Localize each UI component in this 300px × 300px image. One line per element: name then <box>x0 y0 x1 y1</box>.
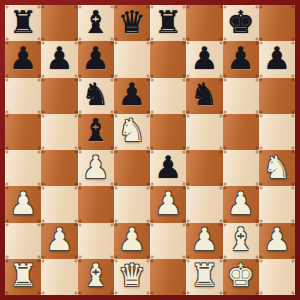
square-g3[interactable]: ♟ <box>223 186 259 222</box>
piece-black-pawn[interactable]: ♟ <box>263 43 291 74</box>
square-c3[interactable] <box>78 186 114 222</box>
piece-white-pawn[interactable]: ♟ <box>190 224 218 255</box>
piece-black-pawn[interactable]: ♟ <box>227 43 255 74</box>
piece-black-pawn[interactable]: ♟ <box>82 43 110 74</box>
square-c2[interactable] <box>78 223 114 259</box>
square-g2[interactable]: ♝ <box>223 223 259 259</box>
square-c8[interactable]: ♝ <box>78 5 114 41</box>
piece-black-king[interactable]: ♚ <box>227 7 255 38</box>
piece-black-queen[interactable]: ♛ <box>118 7 146 38</box>
piece-white-pawn[interactable]: ♟ <box>82 152 110 183</box>
piece-black-knight[interactable]: ♞ <box>82 79 110 110</box>
square-g7[interactable]: ♟ <box>223 41 259 77</box>
square-c7[interactable]: ♟ <box>78 41 114 77</box>
square-b8[interactable] <box>41 5 77 41</box>
square-d1[interactable]: ♛ <box>114 259 150 295</box>
square-g4[interactable] <box>223 150 259 186</box>
square-b7[interactable]: ♟ <box>41 41 77 77</box>
square-c6[interactable]: ♞ <box>78 78 114 114</box>
piece-black-bishop[interactable]: ♝ <box>82 7 110 38</box>
square-h7[interactable]: ♟ <box>259 41 295 77</box>
square-f7[interactable]: ♟ <box>186 41 222 77</box>
square-d3[interactable] <box>114 186 150 222</box>
piece-white-knight[interactable]: ♞ <box>263 152 291 183</box>
chess-board: ♜♝♛♜♚♟♟♟♟♟♟♞♟♞♝♞♟♟♞♟♟♟♟♟♟♝♟♜♝♛♜♚ <box>5 5 295 295</box>
square-e5[interactable] <box>150 114 186 150</box>
square-g6[interactable] <box>223 78 259 114</box>
piece-white-pawn[interactable]: ♟ <box>154 188 182 219</box>
square-g5[interactable] <box>223 114 259 150</box>
square-a6[interactable] <box>5 78 41 114</box>
square-d4[interactable] <box>114 150 150 186</box>
piece-white-king[interactable]: ♚ <box>227 260 255 291</box>
square-a4[interactable] <box>5 150 41 186</box>
square-b3[interactable] <box>41 186 77 222</box>
square-e7[interactable] <box>150 41 186 77</box>
piece-black-rook[interactable]: ♜ <box>154 7 182 38</box>
square-a8[interactable]: ♜ <box>5 5 41 41</box>
square-b1[interactable] <box>41 259 77 295</box>
piece-white-bishop[interactable]: ♝ <box>82 260 110 291</box>
square-h3[interactable] <box>259 186 295 222</box>
piece-black-pawn[interactable]: ♟ <box>45 43 73 74</box>
square-b6[interactable] <box>41 78 77 114</box>
square-d2[interactable]: ♟ <box>114 223 150 259</box>
square-h1[interactable] <box>259 259 295 295</box>
piece-white-pawn[interactable]: ♟ <box>45 224 73 255</box>
square-b5[interactable] <box>41 114 77 150</box>
piece-black-rook[interactable]: ♜ <box>9 7 37 38</box>
square-a7[interactable]: ♟ <box>5 41 41 77</box>
piece-black-pawn[interactable]: ♟ <box>190 43 218 74</box>
square-d5[interactable]: ♞ <box>114 114 150 150</box>
square-d7[interactable] <box>114 41 150 77</box>
square-g1[interactable]: ♚ <box>223 259 259 295</box>
piece-black-pawn[interactable]: ♟ <box>9 43 37 74</box>
square-f6[interactable]: ♞ <box>186 78 222 114</box>
square-e2[interactable] <box>150 223 186 259</box>
piece-white-pawn[interactable]: ♟ <box>118 224 146 255</box>
square-h5[interactable] <box>259 114 295 150</box>
square-a3[interactable]: ♟ <box>5 186 41 222</box>
square-a5[interactable] <box>5 114 41 150</box>
square-f3[interactable] <box>186 186 222 222</box>
square-e1[interactable] <box>150 259 186 295</box>
square-a2[interactable] <box>5 223 41 259</box>
square-h2[interactable]: ♟ <box>259 223 295 259</box>
piece-white-pawn[interactable]: ♟ <box>263 224 291 255</box>
piece-white-pawn[interactable]: ♟ <box>227 188 255 219</box>
piece-white-pawn[interactable]: ♟ <box>9 188 37 219</box>
square-f5[interactable] <box>186 114 222 150</box>
piece-black-bishop[interactable]: ♝ <box>82 115 110 146</box>
square-f2[interactable]: ♟ <box>186 223 222 259</box>
piece-white-rook[interactable]: ♜ <box>9 260 37 291</box>
piece-black-pawn[interactable]: ♟ <box>118 79 146 110</box>
square-d8[interactable]: ♛ <box>114 5 150 41</box>
square-b4[interactable] <box>41 150 77 186</box>
square-e8[interactable]: ♜ <box>150 5 186 41</box>
square-h6[interactable] <box>259 78 295 114</box>
square-c5[interactable]: ♝ <box>78 114 114 150</box>
square-h4[interactable]: ♞ <box>259 150 295 186</box>
piece-white-queen[interactable]: ♛ <box>118 260 146 291</box>
piece-white-bishop[interactable]: ♝ <box>227 224 255 255</box>
square-e3[interactable]: ♟ <box>150 186 186 222</box>
square-f4[interactable] <box>186 150 222 186</box>
piece-white-rook[interactable]: ♜ <box>190 260 218 291</box>
piece-black-pawn[interactable]: ♟ <box>154 152 182 183</box>
piece-white-knight[interactable]: ♞ <box>118 115 146 146</box>
square-e6[interactable] <box>150 78 186 114</box>
square-g8[interactable]: ♚ <box>223 5 259 41</box>
square-a1[interactable]: ♜ <box>5 259 41 295</box>
piece-black-knight[interactable]: ♞ <box>190 79 218 110</box>
square-f1[interactable]: ♜ <box>186 259 222 295</box>
square-d6[interactable]: ♟ <box>114 78 150 114</box>
square-b2[interactable]: ♟ <box>41 223 77 259</box>
square-e4[interactable]: ♟ <box>150 150 186 186</box>
board-frame: ♜♝♛♜♚♟♟♟♟♟♟♞♟♞♝♞♟♟♞♟♟♟♟♟♟♝♟♜♝♛♜♚ <box>0 0 300 300</box>
square-c4[interactable]: ♟ <box>78 150 114 186</box>
square-c1[interactable]: ♝ <box>78 259 114 295</box>
square-h8[interactable] <box>259 5 295 41</box>
screenshot: ♜♝♛♜♚♟♟♟♟♟♟♞♟♞♝♞♟♟♞♟♟♟♟♟♟♝♟♜♝♛♜♚ <box>0 0 300 300</box>
square-f8[interactable] <box>186 5 222 41</box>
